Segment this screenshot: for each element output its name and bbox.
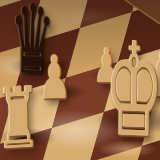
white-rook-piece[interactable]: ♜	[0, 75, 41, 160]
white-king-piece[interactable]: ♚	[105, 24, 160, 156]
white-pawn-piece-1[interactable]: ♟	[38, 47, 71, 108]
chess-board-photo: ♛ ♟ ♟ ♟ ♚ ♜	[0, 0, 160, 160]
